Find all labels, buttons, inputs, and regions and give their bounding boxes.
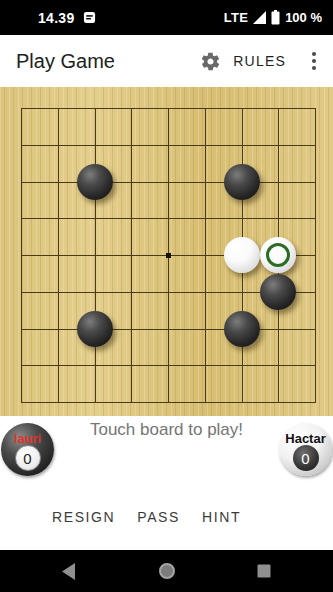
white-player-name: Hactar [279,431,332,446]
stone-white [260,237,296,273]
stone-white [224,237,260,273]
home-icon[interactable] [158,562,176,580]
hoshi-point [166,253,171,258]
action-buttons: RESIGN PASS HINT [52,509,241,525]
last-move-marker [266,243,290,267]
recents-icon[interactable] [257,564,271,578]
black-player-name: lauri [1,431,54,446]
stone-black [224,164,260,200]
black-capture-count: 0 [15,445,41,471]
app-bar: Play Game RULES [0,35,333,87]
go-board[interactable] [0,87,333,416]
black-player-avatar: lauri 0 [1,423,54,476]
status-indicators: LTE 100 % [224,10,322,25]
white-capture-count: 0 [293,445,319,471]
grid-hline [21,365,316,366]
white-player-avatar: Hactar 0 [279,423,332,476]
stone-black [260,274,296,310]
hint-button[interactable]: HINT [202,509,241,525]
clock: 14.39 [38,10,75,26]
grid-hline [21,329,316,330]
signal-strength-icon [253,11,266,24]
status-bar: 14.39 LTE 100 % [0,0,333,35]
settings-gear-icon[interactable] [200,51,221,72]
rules-button[interactable]: RULES [233,53,286,69]
stone-black [77,311,113,347]
overflow-menu-icon[interactable] [310,50,318,72]
android-nav-bar [0,550,333,592]
battery-percent-label: 100 % [285,10,322,25]
back-icon[interactable] [62,563,76,580]
battery-icon [271,10,280,25]
grid-vline [315,108,316,403]
app-screen: 14.39 LTE 100 % Play Game [0,0,333,592]
stone-black [224,311,260,347]
app-bar-actions: RULES [200,50,318,72]
pass-button[interactable]: PASS [137,509,180,525]
network-type-label: LTE [224,10,249,25]
stone-black [77,164,113,200]
grid-vline [205,108,206,403]
page-title: Play Game [16,50,115,73]
notification-message-icon [83,11,96,24]
resign-button[interactable]: RESIGN [52,509,115,525]
grid-hline [21,402,316,403]
